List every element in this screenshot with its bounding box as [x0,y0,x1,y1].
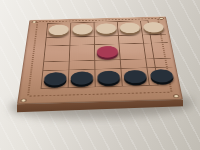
board-cell[interactable]: ● [95,44,121,60]
board-cell[interactable]: ● [118,21,143,36]
corner-pin [174,95,178,98]
board-cell[interactable]: ● [95,22,119,37]
table-surface: ●●●●●●●●●●● [0,0,200,150]
white-piece[interactable]: ● [118,20,142,34]
white-piece[interactable]: ● [71,21,94,35]
board-cell[interactable] [44,45,70,61]
black-piece[interactable]: ● [42,69,69,87]
board-cell[interactable]: ● [122,68,150,86]
black-piece[interactable]: ● [147,66,175,84]
board-cell[interactable]: ● [71,22,95,37]
white-piece[interactable]: ● [47,22,71,36]
white-piece[interactable]: ● [141,19,166,33]
board-cell[interactable]: ● [148,67,177,85]
board-cell[interactable] [144,43,171,59]
black-piece[interactable]: ● [121,66,148,84]
board-grid: ●●●●●●●●●●● [41,20,159,88]
board-cell[interactable] [120,43,147,59]
game-board: ●●●●●●●●●●● [12,0,183,104]
black-piece[interactable]: ● [69,68,95,86]
white-piece[interactable]: ● [95,21,118,35]
board-cell[interactable] [70,45,96,61]
board-cell[interactable]: ● [95,69,122,87]
board-cell[interactable]: ● [47,23,72,38]
board-cell[interactable]: ● [69,69,96,87]
neutron-piece[interactable]: ● [95,43,120,59]
board-cell[interactable]: ● [141,20,166,35]
black-piece[interactable]: ● [95,67,121,85]
board-cell[interactable]: ● [42,70,70,88]
